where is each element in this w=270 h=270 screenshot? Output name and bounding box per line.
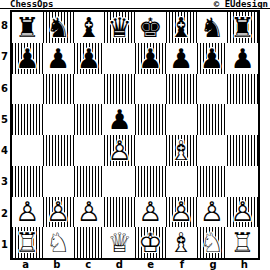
- square-h7[interactable]: ♟♟: [227, 43, 258, 74]
- piece-white-rook: ♖: [12, 227, 43, 258]
- square-f2[interactable]: ♟♙: [166, 197, 197, 228]
- piece-black-bishop: ♝: [74, 12, 105, 43]
- piece-white-rook: ♖: [227, 227, 258, 258]
- piece-black-pawn: ♟: [135, 43, 166, 74]
- square-g2[interactable]: ♟♙: [197, 197, 228, 228]
- square-h3[interactable]: [227, 166, 258, 197]
- square-g8[interactable]: ♞♞: [197, 12, 228, 43]
- square-a5[interactable]: [12, 104, 43, 135]
- square-c5[interactable]: [74, 104, 105, 135]
- square-g3[interactable]: [197, 166, 228, 197]
- piece-black-pawn: ♟: [104, 104, 135, 135]
- square-f6[interactable]: [166, 74, 197, 105]
- file-label-g: g: [198, 258, 229, 270]
- piece-black-pawn: ♟: [197, 43, 228, 74]
- piece-white-knight: ♘: [43, 227, 74, 258]
- square-b6[interactable]: [43, 74, 74, 105]
- rank-label-6: 6: [0, 73, 9, 104]
- file-label-f: f: [166, 258, 197, 270]
- square-e3[interactable]: [135, 166, 166, 197]
- piece-white-pawn: ♙: [12, 197, 43, 228]
- square-g1[interactable]: ♞♘: [197, 227, 228, 258]
- square-f3[interactable]: [166, 166, 197, 197]
- square-d2[interactable]: [104, 197, 135, 228]
- file-label-b: b: [41, 258, 72, 270]
- square-b3[interactable]: [43, 166, 74, 197]
- square-d1[interactable]: ♛♕: [104, 227, 135, 258]
- file-label-e: e: [135, 258, 166, 270]
- square-f5[interactable]: [166, 104, 197, 135]
- piece-white-queen: ♕: [104, 227, 135, 258]
- rank-label-8: 8: [0, 10, 9, 41]
- square-f4[interactable]: ♝♗: [166, 135, 197, 166]
- square-b5[interactable]: [43, 104, 74, 135]
- square-h4[interactable]: [227, 135, 258, 166]
- piece-black-king: ♚: [135, 12, 166, 43]
- file-label-c: c: [73, 258, 104, 270]
- square-d7[interactable]: [104, 43, 135, 74]
- piece-black-pawn: ♟: [12, 43, 43, 74]
- square-g6[interactable]: [197, 74, 228, 105]
- square-f7[interactable]: ♟♟: [166, 43, 197, 74]
- piece-white-king: ♔: [135, 227, 166, 258]
- file-labels: abcdefgh: [10, 258, 260, 270]
- square-e5[interactable]: [135, 104, 166, 135]
- square-b1[interactable]: ♞♘: [43, 227, 74, 258]
- square-a1[interactable]: ♜♖: [12, 227, 43, 258]
- square-f1[interactable]: ♝♗: [166, 227, 197, 258]
- piece-black-knight: ♞: [43, 12, 74, 43]
- rank-label-7: 7: [0, 41, 9, 72]
- square-a7[interactable]: ♟♟: [12, 43, 43, 74]
- piece-white-knight: ♘: [197, 227, 228, 258]
- square-d4[interactable]: ♟♙: [104, 135, 135, 166]
- piece-black-pawn: ♟: [43, 43, 74, 74]
- piece-white-pawn: ♙: [104, 135, 135, 166]
- square-d3[interactable]: [104, 166, 135, 197]
- chess-board[interactable]: ♜♜♞♞♝♝♛♛♚♚♝♝♞♞♜♜♟♟♟♟♟♟♟♟♟♟♟♟♟♟♟♟♟♙♝♗♟♙♟♙…: [10, 10, 260, 260]
- square-f8[interactable]: ♝♝: [166, 12, 197, 43]
- file-label-h: h: [229, 258, 260, 270]
- square-h6[interactable]: [227, 74, 258, 105]
- rank-label-4: 4: [0, 135, 9, 166]
- piece-black-pawn: ♟: [74, 43, 105, 74]
- piece-white-pawn: ♙: [227, 197, 258, 228]
- piece-white-pawn: ♙: [197, 197, 228, 228]
- square-h5[interactable]: [227, 104, 258, 135]
- square-e4[interactable]: [135, 135, 166, 166]
- square-c2[interactable]: ♟♙: [74, 197, 105, 228]
- square-e8[interactable]: ♚♚: [135, 12, 166, 43]
- rank-label-1: 1: [0, 229, 9, 260]
- piece-white-pawn: ♙: [166, 197, 197, 228]
- square-a8[interactable]: ♜♜: [12, 12, 43, 43]
- piece-white-bishop: ♗: [166, 135, 197, 166]
- piece-black-pawn: ♟: [227, 43, 258, 74]
- piece-white-bishop: ♗: [166, 227, 197, 258]
- piece-black-bishop: ♝: [166, 12, 197, 43]
- square-e2[interactable]: ♟♙: [135, 197, 166, 228]
- square-d5[interactable]: ♟♟: [104, 104, 135, 135]
- square-a6[interactable]: [12, 74, 43, 105]
- square-h1[interactable]: ♜♖: [227, 227, 258, 258]
- rank-label-3: 3: [0, 166, 9, 197]
- square-e1[interactable]: ♚♔: [135, 227, 166, 258]
- square-c6[interactable]: [74, 74, 105, 105]
- square-a3[interactable]: [12, 166, 43, 197]
- square-b2[interactable]: ♟♙: [43, 197, 74, 228]
- square-b7[interactable]: ♟♟: [43, 43, 74, 74]
- header-bar: ChessOps © EUdesign: [0, 0, 270, 9]
- square-a4[interactable]: [12, 135, 43, 166]
- square-c3[interactable]: [74, 166, 105, 197]
- square-h2[interactable]: ♟♙: [227, 197, 258, 228]
- square-b8[interactable]: ♞♞: [43, 12, 74, 43]
- chessops-window: ChessOps © EUdesign 87654321 ♜♜♞♞♝♝♛♛♚♚♝…: [0, 0, 270, 270]
- piece-black-rook: ♜: [227, 12, 258, 43]
- app-title: ChessOps: [10, 0, 53, 9]
- square-c7[interactable]: ♟♟: [74, 43, 105, 74]
- piece-white-pawn: ♙: [135, 197, 166, 228]
- piece-white-pawn: ♙: [74, 197, 105, 228]
- square-e6[interactable]: [135, 74, 166, 105]
- piece-black-pawn: ♟: [166, 43, 197, 74]
- copyright-text: © EUdesign: [214, 0, 268, 9]
- square-c1[interactable]: [74, 227, 105, 258]
- rank-labels: 87654321: [0, 10, 9, 260]
- piece-black-knight: ♞: [197, 12, 228, 43]
- square-h8[interactable]: ♜♜: [227, 12, 258, 43]
- rank-label-2: 2: [0, 198, 9, 229]
- file-label-a: a: [10, 258, 41, 270]
- piece-white-pawn: ♙: [43, 197, 74, 228]
- square-e7[interactable]: ♟♟: [135, 43, 166, 74]
- piece-black-rook: ♜: [12, 12, 43, 43]
- square-d6[interactable]: [104, 74, 135, 105]
- square-g7[interactable]: ♟♟: [197, 43, 228, 74]
- file-label-d: d: [104, 258, 135, 270]
- piece-black-queen: ♛: [104, 12, 135, 43]
- square-g4[interactable]: [197, 135, 228, 166]
- square-d8[interactable]: ♛♛: [104, 12, 135, 43]
- square-a2[interactable]: ♟♙: [12, 197, 43, 228]
- square-g5[interactable]: [197, 104, 228, 135]
- square-b4[interactable]: [43, 135, 74, 166]
- square-c4[interactable]: [74, 135, 105, 166]
- rank-label-5: 5: [0, 104, 9, 135]
- square-c8[interactable]: ♝♝: [74, 12, 105, 43]
